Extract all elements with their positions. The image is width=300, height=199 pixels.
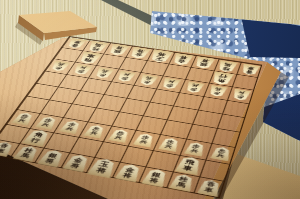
shogi-photo-scene: 香車桂馬銀将金将王将金将銀将桂馬香車飛車角行歩兵歩兵歩兵歩兵歩兵歩兵歩兵歩兵歩兵… (0, 0, 300, 199)
